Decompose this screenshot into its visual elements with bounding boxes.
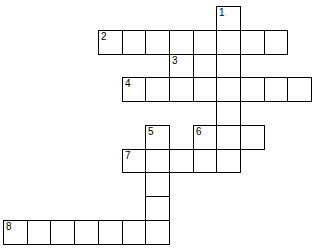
- cell-r9c4[interactable]: [98, 220, 123, 245]
- cell-r2c7[interactable]: 3: [169, 54, 194, 78]
- cell-r9c5[interactable]: [122, 220, 146, 245]
- clue-number-4: 4: [125, 79, 131, 89]
- cell-r9c6[interactable]: [145, 220, 170, 245]
- cell-r2c9[interactable]: [216, 54, 241, 78]
- cell-r3c7[interactable]: [169, 77, 194, 102]
- cell-r3c6[interactable]: [145, 77, 170, 102]
- cell-r3c10[interactable]: [240, 77, 265, 102]
- clue-number-8: 8: [6, 222, 12, 232]
- cell-r6c7[interactable]: [169, 149, 194, 173]
- cell-r6c9[interactable]: [216, 149, 241, 173]
- cell-r1c4[interactable]: 2: [98, 30, 123, 55]
- clue-number-7: 7: [125, 151, 131, 161]
- cell-r1c11[interactable]: [264, 30, 288, 55]
- cell-r3c12[interactable]: [287, 77, 312, 102]
- clue-number-6: 6: [196, 127, 202, 137]
- clue-number-2: 2: [101, 32, 107, 42]
- cell-r9c1[interactable]: [27, 220, 51, 245]
- cell-r9c3[interactable]: [74, 220, 99, 245]
- cell-r1c5[interactable]: [122, 30, 146, 55]
- cell-r3c9[interactable]: [216, 77, 241, 102]
- cell-r0c9[interactable]: 1: [216, 6, 241, 31]
- clue-number-1: 1: [219, 8, 225, 18]
- cell-r6c5[interactable]: 7: [122, 149, 146, 173]
- cell-r3c8[interactable]: [193, 77, 217, 102]
- cell-r9c0[interactable]: 8: [3, 220, 28, 245]
- crossword-grid: 12345678: [0, 0, 318, 251]
- cell-r9c2[interactable]: [50, 220, 75, 245]
- cell-r7c6[interactable]: [145, 172, 170, 197]
- cell-r5c8[interactable]: 6: [193, 125, 217, 150]
- crossword-page: 12345678: [0, 0, 318, 251]
- cell-r1c7[interactable]: [169, 30, 194, 55]
- cell-r5c9[interactable]: [216, 125, 241, 150]
- cell-r1c6[interactable]: [145, 30, 170, 55]
- cell-r1c10[interactable]: [240, 30, 265, 55]
- cell-r6c6[interactable]: [145, 149, 170, 173]
- cell-r1c9[interactable]: [216, 30, 241, 55]
- clue-number-5: 5: [148, 127, 154, 137]
- cell-r5c10[interactable]: [240, 125, 265, 150]
- cell-r4c9[interactable]: [216, 101, 241, 126]
- cell-r3c11[interactable]: [264, 77, 288, 102]
- cell-r3c5[interactable]: 4: [122, 77, 146, 102]
- cell-r5c6[interactable]: 5: [145, 125, 170, 150]
- cell-r8c6[interactable]: [145, 196, 170, 221]
- cell-r6c8[interactable]: [193, 149, 217, 173]
- clue-number-3: 3: [172, 56, 178, 66]
- cell-r1c8[interactable]: [193, 30, 217, 55]
- cell-r2c8[interactable]: [193, 54, 217, 78]
